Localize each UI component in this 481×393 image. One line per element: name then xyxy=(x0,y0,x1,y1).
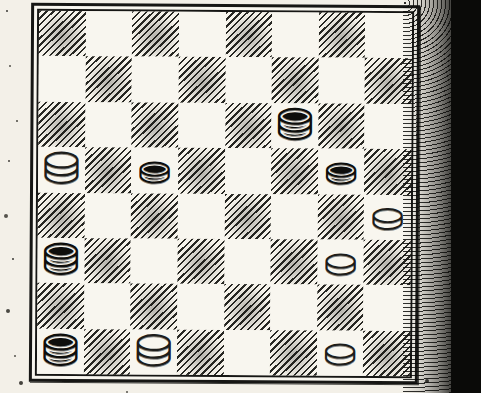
square-r4c6[interactable] xyxy=(271,148,318,194)
square-r6c1[interactable]: ⛃ xyxy=(37,238,84,284)
square-r8c6[interactable] xyxy=(270,330,317,376)
piece-white-man[interactable]: ⛀ xyxy=(324,241,358,281)
square-r4c4[interactable] xyxy=(178,148,225,194)
square-r7c1[interactable] xyxy=(37,283,84,329)
square-r5c5[interactable] xyxy=(224,194,271,240)
square-r8c2[interactable] xyxy=(84,329,131,375)
square-r6c2[interactable] xyxy=(84,238,131,284)
square-r8c7[interactable]: ⛀ xyxy=(317,330,364,376)
square-r3c2[interactable] xyxy=(85,102,132,148)
square-r7c5[interactable] xyxy=(224,284,271,330)
square-r4c1[interactable]: ⛁ xyxy=(38,147,85,193)
square-r5c7[interactable] xyxy=(317,194,364,240)
square-r2c1[interactable] xyxy=(39,56,86,102)
square-r6c7[interactable]: ⛀ xyxy=(317,239,364,285)
square-r7c2[interactable] xyxy=(84,283,131,329)
square-r5c6[interactable] xyxy=(271,194,318,240)
board-grid: ⛃⛁⛂⛂⛀⛃⛀⛃⛁⛀ xyxy=(37,11,412,376)
scan-shadow-band xyxy=(403,0,481,393)
square-r2c4[interactable] xyxy=(178,57,225,103)
square-r7c6[interactable] xyxy=(270,285,317,331)
square-r2c5[interactable] xyxy=(225,57,272,103)
square-r8c1[interactable]: ⛃ xyxy=(37,328,84,374)
square-r4c3[interactable]: ⛂ xyxy=(131,148,178,194)
square-r7c4[interactable] xyxy=(177,284,224,330)
board-inner-frame: ⛃⛁⛂⛂⛀⛃⛀⛃⛁⛀ xyxy=(35,9,414,378)
square-r2c2[interactable] xyxy=(85,57,132,103)
piece-white-man[interactable]: ⛀ xyxy=(371,196,405,236)
square-r1c6[interactable] xyxy=(272,12,319,58)
square-r5c3[interactable] xyxy=(131,193,178,239)
square-r8c5[interactable] xyxy=(223,330,270,376)
square-r7c7[interactable] xyxy=(317,285,364,331)
square-r1c4[interactable] xyxy=(179,12,226,58)
piece-black-king[interactable]: ⛃ xyxy=(41,328,79,373)
piece-white-king[interactable]: ⛁ xyxy=(42,146,80,191)
square-r5c2[interactable] xyxy=(84,193,131,239)
piece-black-king[interactable]: ⛃ xyxy=(276,102,314,147)
square-r4c7[interactable]: ⛂ xyxy=(318,149,365,195)
scan-shadow-core xyxy=(451,0,481,393)
square-r5c1[interactable] xyxy=(38,192,85,238)
square-r1c7[interactable] xyxy=(319,13,366,59)
square-r3c3[interactable] xyxy=(132,102,179,148)
square-r2c6[interactable] xyxy=(272,58,319,104)
square-r3c4[interactable] xyxy=(178,102,225,148)
square-r4c2[interactable] xyxy=(85,147,132,193)
square-r6c6[interactable] xyxy=(271,239,318,285)
square-r8c4[interactable] xyxy=(177,329,224,375)
square-r8c3[interactable]: ⛁ xyxy=(130,329,177,375)
piece-black-man[interactable]: ⛂ xyxy=(324,150,358,190)
square-r3c5[interactable] xyxy=(225,103,272,149)
square-r1c5[interactable] xyxy=(225,12,272,58)
square-r2c3[interactable] xyxy=(132,57,179,103)
square-r1c3[interactable] xyxy=(132,11,179,57)
piece-black-man[interactable]: ⛂ xyxy=(138,149,172,189)
square-r7c3[interactable] xyxy=(130,284,177,330)
square-r1c1[interactable] xyxy=(39,11,86,57)
checkers-board: ⛃⛁⛂⛂⛀⛃⛀⛃⛁⛀ xyxy=(29,3,420,384)
square-r4c5[interactable] xyxy=(225,148,272,194)
square-r3c1[interactable] xyxy=(38,102,85,148)
print-noise-specks xyxy=(6,10,8,12)
square-r2c7[interactable] xyxy=(318,58,365,104)
square-r3c7[interactable] xyxy=(318,103,365,149)
square-r6c5[interactable] xyxy=(224,239,271,285)
piece-black-king[interactable]: ⛃ xyxy=(42,237,80,282)
square-r5c4[interactable] xyxy=(178,193,225,239)
square-r6c3[interactable] xyxy=(131,238,178,284)
square-r3c6[interactable]: ⛃ xyxy=(271,103,318,149)
piece-white-king[interactable]: ⛁ xyxy=(135,328,173,373)
square-r6c4[interactable] xyxy=(177,239,224,285)
piece-white-man[interactable]: ⛀ xyxy=(323,332,357,372)
board-outer-frame: ⛃⛁⛂⛂⛀⛃⛀⛃⛁⛀ xyxy=(29,3,420,384)
square-r1c2[interactable] xyxy=(85,11,132,57)
